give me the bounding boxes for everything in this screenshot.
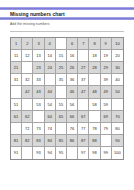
number-cell: 2 — [22, 38, 33, 50]
blank-cell[interactable] — [101, 135, 112, 147]
number-cell: 10 — [112, 38, 123, 50]
number-cell: 36 — [67, 74, 78, 86]
number-cell: 55 — [56, 99, 67, 111]
number-cell: 11 — [11, 50, 22, 62]
number-cell: 74 — [45, 123, 56, 135]
number-cell: 84 — [45, 135, 56, 147]
number-cell: 79 — [101, 123, 112, 135]
number-cell: 53 — [33, 99, 44, 111]
number-cell: 9 — [101, 38, 112, 50]
number-cell: 100 — [112, 147, 123, 159]
number-cell: 90 — [112, 135, 123, 147]
number-cell: 65 — [56, 111, 67, 123]
blank-cell[interactable] — [11, 123, 22, 135]
number-cell: 21 — [11, 62, 22, 74]
number-cell: 56 — [67, 99, 78, 111]
number-cell: 23 — [33, 62, 44, 74]
number-cell: 64 — [45, 111, 56, 123]
blank-cell[interactable] — [22, 147, 33, 159]
page-title: Missing numbers chart — [10, 11, 65, 17]
number-cell: 12 — [22, 50, 33, 62]
number-cell: 44 — [45, 86, 56, 98]
number-cell: 91 — [11, 147, 22, 159]
number-cell: 83 — [33, 135, 44, 147]
number-cell: 81 — [11, 135, 22, 147]
number-cell: 24 — [45, 62, 56, 74]
number-cell: 39 — [101, 74, 112, 86]
number-cell: 27 — [78, 62, 89, 74]
number-cell: 85 — [56, 135, 67, 147]
number-cell: 46 — [67, 86, 78, 98]
blank-cell[interactable] — [11, 86, 22, 98]
number-cell: 99 — [101, 147, 112, 159]
number-cell: 58 — [89, 99, 100, 111]
number-cell: 30 — [112, 62, 123, 74]
number-cell: 25 — [56, 62, 67, 74]
blank-cell[interactable] — [56, 38, 67, 50]
number-cell: 32 — [22, 74, 33, 86]
number-cell: 80 — [112, 123, 123, 135]
number-cell: 15 — [56, 50, 67, 62]
number-cell: 40 — [112, 74, 123, 86]
blank-cell[interactable] — [112, 99, 123, 111]
number-cell: 98 — [89, 147, 100, 159]
number-cell: 4 — [45, 38, 56, 50]
number-cell: 50 — [112, 86, 123, 98]
number-cell: 8 — [89, 38, 100, 50]
blank-cell[interactable] — [22, 62, 33, 74]
number-cell: 87 — [78, 135, 89, 147]
number-cell: 51 — [11, 99, 22, 111]
number-cell: 67 — [78, 111, 89, 123]
number-cell: 97 — [78, 147, 89, 159]
number-grid: 1234678910111213141516181920212324252627… — [10, 37, 124, 160]
number-cell: 72 — [22, 123, 33, 135]
number-cell: 88 — [89, 135, 100, 147]
number-cell: 95 — [56, 147, 67, 159]
number-cell: 1 — [11, 38, 22, 50]
number-cell: 48 — [89, 86, 100, 98]
number-cell: 29 — [101, 62, 112, 74]
number-cell: 43 — [33, 86, 44, 98]
blank-cell[interactable] — [33, 111, 44, 123]
number-cell: 7 — [78, 38, 89, 50]
number-cell: 31 — [11, 74, 22, 86]
page-subtitle: Add the missing numbers — [10, 22, 50, 26]
number-cell: 42 — [22, 86, 33, 98]
blank-cell[interactable] — [56, 123, 67, 135]
number-cell: 47 — [78, 86, 89, 98]
number-cell: 37 — [78, 74, 89, 86]
number-cell: 6 — [67, 38, 78, 50]
number-cell: 28 — [89, 62, 100, 74]
number-cell: 16 — [67, 50, 78, 62]
number-cell: 70 — [112, 111, 123, 123]
divider-line — [10, 31, 124, 32]
number-cell: 33 — [33, 74, 44, 86]
accent-bar-under-title — [0, 17, 134, 20]
number-cell: 18 — [89, 50, 100, 62]
number-cell: 76 — [67, 123, 78, 135]
number-cell: 35 — [56, 74, 67, 86]
number-cell: 62 — [22, 111, 33, 123]
number-cell: 54 — [45, 99, 56, 111]
number-cell: 77 — [78, 123, 89, 135]
number-cell: 82 — [22, 135, 33, 147]
number-cell: 69 — [101, 111, 112, 123]
number-cell: 86 — [67, 135, 78, 147]
number-cell: 20 — [112, 50, 123, 62]
number-cell: 26 — [67, 62, 78, 74]
number-cell: 66 — [67, 111, 78, 123]
number-cell: 13 — [33, 50, 44, 62]
number-cell: 93 — [33, 147, 44, 159]
number-cell: 78 — [89, 123, 100, 135]
blank-cell[interactable] — [56, 86, 67, 98]
blank-cell[interactable] — [22, 99, 33, 111]
blank-cell[interactable] — [89, 111, 100, 123]
blank-cell[interactable] — [78, 99, 89, 111]
number-cell: 49 — [101, 86, 112, 98]
number-cell: 94 — [45, 147, 56, 159]
blank-cell[interactable] — [78, 50, 89, 62]
number-cell: 3 — [33, 38, 44, 50]
blank-cell[interactable] — [45, 74, 56, 86]
number-cell: 19 — [101, 50, 112, 62]
blank-cell[interactable] — [67, 147, 78, 159]
number-cell: 14 — [45, 50, 56, 62]
number-cell: 61 — [11, 111, 22, 123]
number-cell: 59 — [101, 99, 112, 111]
number-cell: 73 — [33, 123, 44, 135]
blank-cell[interactable] — [89, 74, 100, 86]
